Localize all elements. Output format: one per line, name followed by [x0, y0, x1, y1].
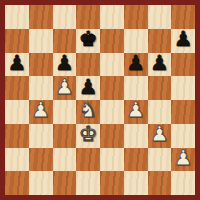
square-e1[interactable] — [100, 171, 124, 195]
black-pawn[interactable]: ♟ — [174, 29, 193, 50]
square-a3[interactable] — [5, 124, 29, 148]
black-pawn[interactable]: ♟ — [79, 77, 98, 98]
chess-board: ♚♟♟♟♟♟♟♟♟♞♟♚♟♟ — [5, 5, 195, 195]
square-b3[interactable] — [29, 124, 53, 148]
black-pawn[interactable]: ♟ — [7, 53, 26, 74]
square-e7[interactable] — [100, 29, 124, 53]
white-pawn[interactable]: ♟ — [31, 100, 50, 121]
square-d5[interactable]: ♟ — [76, 76, 100, 100]
square-h1[interactable] — [171, 171, 195, 195]
square-g1[interactable] — [148, 171, 172, 195]
square-e5[interactable] — [100, 76, 124, 100]
square-d1[interactable] — [76, 171, 100, 195]
square-c5[interactable]: ♟ — [53, 76, 77, 100]
square-a8[interactable] — [5, 5, 29, 29]
square-c1[interactable] — [53, 171, 77, 195]
white-king[interactable]: ♚ — [79, 124, 98, 145]
square-f8[interactable] — [124, 5, 148, 29]
square-b5[interactable] — [29, 76, 53, 100]
square-b4[interactable]: ♟ — [29, 100, 53, 124]
square-g6[interactable]: ♟ — [148, 53, 172, 77]
square-g4[interactable] — [148, 100, 172, 124]
black-pawn[interactable]: ♟ — [55, 53, 74, 74]
square-g8[interactable] — [148, 5, 172, 29]
white-pawn[interactable]: ♟ — [55, 77, 74, 98]
white-pawn[interactable]: ♟ — [126, 100, 145, 121]
square-h3[interactable] — [171, 124, 195, 148]
white-pawn[interactable]: ♟ — [150, 124, 169, 145]
white-pawn[interactable]: ♟ — [174, 148, 193, 169]
black-pawn[interactable]: ♟ — [126, 53, 145, 74]
square-e6[interactable] — [100, 53, 124, 77]
square-a2[interactable] — [5, 148, 29, 172]
square-d3[interactable]: ♚ — [76, 124, 100, 148]
square-b1[interactable] — [29, 171, 53, 195]
square-g3[interactable]: ♟ — [148, 124, 172, 148]
square-b6[interactable] — [29, 53, 53, 77]
square-c6[interactable]: ♟ — [53, 53, 77, 77]
black-pawn[interactable]: ♟ — [150, 53, 169, 74]
square-e8[interactable] — [100, 5, 124, 29]
square-h6[interactable] — [171, 53, 195, 77]
square-f4[interactable]: ♟ — [124, 100, 148, 124]
square-h5[interactable] — [171, 76, 195, 100]
black-king[interactable]: ♚ — [79, 29, 98, 50]
square-c7[interactable] — [53, 29, 77, 53]
square-f2[interactable] — [124, 148, 148, 172]
square-b8[interactable] — [29, 5, 53, 29]
square-d2[interactable] — [76, 148, 100, 172]
square-c3[interactable] — [53, 124, 77, 148]
square-f5[interactable] — [124, 76, 148, 100]
square-h4[interactable] — [171, 100, 195, 124]
square-d6[interactable] — [76, 53, 100, 77]
square-c8[interactable] — [53, 5, 77, 29]
square-c2[interactable] — [53, 148, 77, 172]
board-frame: ♚♟♟♟♟♟♟♟♟♞♟♚♟♟ — [0, 0, 200, 200]
white-knight[interactable]: ♞ — [79, 100, 98, 121]
square-g2[interactable] — [148, 148, 172, 172]
square-c4[interactable] — [53, 100, 77, 124]
square-f7[interactable] — [124, 29, 148, 53]
square-h8[interactable] — [171, 5, 195, 29]
square-f3[interactable] — [124, 124, 148, 148]
square-a6[interactable]: ♟ — [5, 53, 29, 77]
square-g7[interactable] — [148, 29, 172, 53]
square-a5[interactable] — [5, 76, 29, 100]
square-e2[interactable] — [100, 148, 124, 172]
square-b2[interactable] — [29, 148, 53, 172]
square-d8[interactable] — [76, 5, 100, 29]
square-e3[interactable] — [100, 124, 124, 148]
square-f6[interactable]: ♟ — [124, 53, 148, 77]
square-d7[interactable]: ♚ — [76, 29, 100, 53]
square-f1[interactable] — [124, 171, 148, 195]
square-e4[interactable] — [100, 100, 124, 124]
square-b7[interactable] — [29, 29, 53, 53]
square-a7[interactable] — [5, 29, 29, 53]
square-g5[interactable] — [148, 76, 172, 100]
square-h2[interactable]: ♟ — [171, 148, 195, 172]
square-d4[interactable]: ♞ — [76, 100, 100, 124]
square-a1[interactable] — [5, 171, 29, 195]
square-h7[interactable]: ♟ — [171, 29, 195, 53]
square-a4[interactable] — [5, 100, 29, 124]
